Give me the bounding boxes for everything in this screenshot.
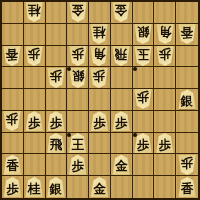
square-2e[interactable]: [154, 89, 176, 111]
square-2a[interactable]: [154, 2, 176, 24]
square-4h[interactable]: 金: [111, 154, 133, 176]
piece-gote-silver[interactable]: 銀: [134, 24, 152, 44]
square-9g[interactable]: [2, 133, 24, 155]
piece-sente-pawn[interactable]: 歩: [156, 133, 174, 153]
piece-gote-pawn[interactable]: 歩: [134, 89, 152, 109]
square-8a[interactable]: 桂: [24, 2, 46, 24]
square-8b[interactable]: [24, 24, 46, 46]
piece-gote-lance[interactable]: 香: [178, 24, 196, 44]
square-4b[interactable]: [111, 24, 133, 46]
piece-gote-knight[interactable]: 桂: [90, 24, 108, 44]
piece-sente-pawn[interactable]: 歩: [25, 111, 43, 131]
piece-gote-pawn[interactable]: 歩: [90, 68, 108, 88]
square-9f[interactable]: 歩: [2, 111, 24, 133]
square-5g[interactable]: [89, 133, 111, 155]
square-9h[interactable]: 香: [2, 154, 24, 176]
square-8i[interactable]: 桂: [24, 176, 46, 198]
piece-sente-silver[interactable]: 銀: [178, 89, 196, 109]
square-4e[interactable]: [111, 89, 133, 111]
square-7a[interactable]: [46, 2, 68, 24]
piece-sente-gold[interactable]: 金: [112, 155, 130, 175]
square-7d[interactable]: 歩: [46, 67, 68, 89]
square-8c[interactable]: 歩: [24, 46, 46, 68]
square-4d[interactable]: [111, 67, 133, 89]
piece-sente-knight[interactable]: 桂: [25, 177, 43, 197]
square-3h[interactable]: [133, 154, 155, 176]
piece-gote-pawn[interactable]: 歩: [69, 46, 87, 66]
square-7e[interactable]: [46, 89, 68, 111]
square-7i[interactable]: 銀: [46, 176, 68, 198]
square-2g[interactable]: 歩: [154, 133, 176, 155]
square-5d[interactable]: 歩: [89, 67, 111, 89]
square-4g[interactable]: [111, 133, 133, 155]
square-9e[interactable]: [2, 89, 24, 111]
square-1e[interactable]: 銀: [176, 89, 198, 111]
piece-sente-pawn[interactable]: 歩: [3, 177, 21, 197]
square-5b[interactable]: 桂: [89, 24, 111, 46]
square-6a[interactable]: 金: [67, 2, 89, 24]
square-9a[interactable]: [2, 2, 24, 24]
square-5a[interactable]: [89, 2, 111, 24]
square-3e[interactable]: 歩: [133, 89, 155, 111]
square-5i[interactable]: 金: [89, 176, 111, 198]
star-point: [67, 67, 71, 71]
square-7c[interactable]: [46, 46, 68, 68]
square-1a[interactable]: [176, 2, 198, 24]
square-3b[interactable]: 銀: [133, 24, 155, 46]
piece-gote-lance[interactable]: 香: [3, 46, 21, 66]
square-2c[interactable]: 歩: [154, 46, 176, 68]
square-1h[interactable]: 歩: [176, 154, 198, 176]
piece-sente-pawn[interactable]: 歩: [47, 111, 65, 131]
square-6i[interactable]: [67, 176, 89, 198]
piece-gote-bishop[interactable]: 角: [156, 24, 174, 44]
piece-gote-bishop[interactable]: 角: [90, 46, 108, 66]
square-8e[interactable]: [24, 89, 46, 111]
square-5f[interactable]: 歩: [89, 111, 111, 133]
square-8f[interactable]: 歩: [24, 111, 46, 133]
square-6f[interactable]: [67, 111, 89, 133]
piece-sente-silver[interactable]: 銀: [47, 177, 65, 197]
piece-sente-pawn[interactable]: 歩: [90, 111, 108, 131]
piece-sente-king-osho[interactable]: 王: [69, 133, 87, 153]
piece-gote-king-gyokusho[interactable]: 玉: [134, 46, 152, 66]
square-4f[interactable]: 歩: [111, 111, 133, 133]
square-2d[interactable]: [154, 67, 176, 89]
square-8h[interactable]: [24, 154, 46, 176]
piece-sente-pawn[interactable]: 歩: [69, 155, 87, 175]
piece-gote-pawn[interactable]: 歩: [25, 46, 43, 66]
piece-gote-rook[interactable]: 飛: [112, 46, 130, 66]
star-point: [133, 133, 137, 137]
square-1g[interactable]: [176, 133, 198, 155]
square-3c[interactable]: 玉: [133, 46, 155, 68]
square-8d[interactable]: [24, 67, 46, 89]
square-5e[interactable]: [89, 89, 111, 111]
piece-gote-pawn[interactable]: 歩: [47, 68, 65, 88]
square-6b[interactable]: [67, 24, 89, 46]
piece-sente-pawn[interactable]: 歩: [134, 133, 152, 153]
square-6d[interactable]: 銀: [67, 67, 89, 89]
square-4a[interactable]: 金: [111, 2, 133, 24]
piece-gote-pawn[interactable]: 歩: [3, 111, 21, 131]
piece-gote-pawn[interactable]: 歩: [156, 46, 174, 66]
shogi-board: 桂金金桂銀角香香歩歩角飛玉歩歩銀歩歩銀歩歩歩歩歩飛王歩歩香歩金歩歩桂銀金香: [0, 0, 200, 200]
star-point: [133, 67, 137, 71]
square-5c[interactable]: 角: [89, 46, 111, 68]
square-9b[interactable]: [2, 24, 24, 46]
square-4c[interactable]: 飛: [111, 46, 133, 68]
square-1c[interactable]: [176, 46, 198, 68]
square-2b[interactable]: 角: [154, 24, 176, 46]
piece-gote-gold[interactable]: 金: [69, 2, 87, 22]
square-4i[interactable]: [111, 176, 133, 198]
piece-gote-silver[interactable]: 銀: [69, 68, 87, 88]
square-7f[interactable]: 歩: [46, 111, 68, 133]
square-9c[interactable]: 香: [2, 46, 24, 68]
piece-sente-rook[interactable]: 飛: [47, 133, 65, 153]
square-2i[interactable]: [154, 176, 176, 198]
square-7g[interactable]: 飛: [46, 133, 68, 155]
piece-sente-gold[interactable]: 金: [90, 177, 108, 197]
piece-sente-lance[interactable]: 香: [178, 177, 196, 197]
square-3i[interactable]: [133, 176, 155, 198]
square-6c[interactable]: 歩: [67, 46, 89, 68]
square-8g[interactable]: [24, 133, 46, 155]
square-7b[interactable]: [46, 24, 68, 46]
square-6e[interactable]: [67, 89, 89, 111]
square-1d[interactable]: [176, 67, 198, 89]
piece-gote-pawn[interactable]: 歩: [178, 155, 196, 175]
square-2f[interactable]: [154, 111, 176, 133]
square-1b[interactable]: 香: [176, 24, 198, 46]
square-5h[interactable]: [89, 154, 111, 176]
square-1f[interactable]: [176, 111, 198, 133]
square-9i[interactable]: 歩: [2, 176, 24, 198]
piece-gote-gold[interactable]: 金: [112, 2, 130, 22]
square-3a[interactable]: [133, 2, 155, 24]
piece-gote-knight[interactable]: 桂: [25, 2, 43, 22]
piece-sente-pawn[interactable]: 歩: [112, 111, 130, 131]
square-9d[interactable]: [2, 67, 24, 89]
piece-sente-lance[interactable]: 香: [3, 155, 21, 175]
square-2h[interactable]: [154, 154, 176, 176]
star-point: [67, 133, 71, 137]
square-7h[interactable]: [46, 154, 68, 176]
square-6h[interactable]: 歩: [67, 154, 89, 176]
square-3f[interactable]: [133, 111, 155, 133]
square-1i[interactable]: 香: [176, 176, 198, 198]
